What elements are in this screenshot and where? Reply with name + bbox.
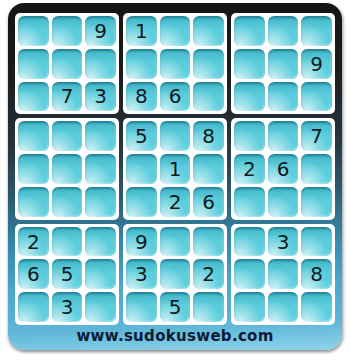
cell-r4c6[interactable]: 8: [193, 121, 224, 151]
box-6: 726: [231, 118, 335, 219]
cell-r5c5[interactable]: 1: [160, 154, 191, 184]
cell-r1c3[interactable]: 9: [85, 16, 116, 46]
cell-r3c5[interactable]: 6: [160, 82, 191, 112]
cell-r5c7[interactable]: 2: [234, 154, 265, 184]
box-4: [15, 118, 119, 219]
cell-r4c4[interactable]: 5: [126, 121, 157, 151]
cell-r4c7[interactable]: [234, 121, 265, 151]
cell-r3c8[interactable]: [268, 82, 299, 112]
cell-r2c9[interactable]: 9: [301, 49, 332, 79]
cell-r5c1[interactable]: [18, 154, 49, 184]
cell-r5c4[interactable]: [126, 154, 157, 184]
cell-r6c6[interactable]: 6: [193, 187, 224, 217]
cell-r6c4[interactable]: [126, 187, 157, 217]
cell-r4c5[interactable]: [160, 121, 191, 151]
cell-r8c5[interactable]: [160, 259, 191, 289]
cell-r9c6[interactable]: [193, 292, 224, 322]
cell-r8c6[interactable]: 2: [193, 259, 224, 289]
cell-r8c4[interactable]: 3: [126, 259, 157, 289]
cell-r5c2[interactable]: [52, 154, 83, 184]
cell-r4c3[interactable]: [85, 121, 116, 151]
cell-r1c7[interactable]: [234, 16, 265, 46]
cell-r5c6[interactable]: [193, 154, 224, 184]
cell-r7c2[interactable]: [52, 227, 83, 257]
cell-r2c1[interactable]: [18, 49, 49, 79]
box-1: 973: [15, 13, 119, 114]
cell-r6c1[interactable]: [18, 187, 49, 217]
cell-r8c9[interactable]: 8: [301, 259, 332, 289]
cell-r2c5[interactable]: [160, 49, 191, 79]
cell-r7c1[interactable]: 2: [18, 227, 49, 257]
cell-r7c5[interactable]: [160, 227, 191, 257]
cell-r2c3[interactable]: [85, 49, 116, 79]
box-7: 2653: [15, 224, 119, 325]
box-8: 9325: [123, 224, 227, 325]
site-url[interactable]: www.sudokusweb.com: [8, 325, 342, 347]
cell-r1c4[interactable]: 1: [126, 16, 157, 46]
cell-r1c1[interactable]: [18, 16, 49, 46]
cell-r6c9[interactable]: [301, 187, 332, 217]
cell-r5c8[interactable]: 6: [268, 154, 299, 184]
cell-r8c1[interactable]: 6: [18, 259, 49, 289]
cell-r2c8[interactable]: [268, 49, 299, 79]
cell-r2c6[interactable]: [193, 49, 224, 79]
cell-r1c5[interactable]: [160, 16, 191, 46]
cell-r3c2[interactable]: 7: [52, 82, 83, 112]
box-5: 58126: [123, 118, 227, 219]
cell-r6c8[interactable]: [268, 187, 299, 217]
cell-r6c7[interactable]: [234, 187, 265, 217]
cell-r8c8[interactable]: [268, 259, 299, 289]
cell-r9c1[interactable]: [18, 292, 49, 322]
cell-r7c3[interactable]: [85, 227, 116, 257]
sudoku-board: 9731869581267262653932538: [15, 13, 335, 325]
cell-r4c9[interactable]: 7: [301, 121, 332, 151]
cell-r7c7[interactable]: [234, 227, 265, 257]
cell-r6c2[interactable]: [52, 187, 83, 217]
cell-r9c9[interactable]: [301, 292, 332, 322]
cell-r9c4[interactable]: [126, 292, 157, 322]
cell-r9c5[interactable]: 5: [160, 292, 191, 322]
cell-r4c2[interactable]: [52, 121, 83, 151]
puzzle-frame: 9731869581267262653932538 www.sudokusweb…: [8, 3, 342, 350]
cell-r9c8[interactable]: [268, 292, 299, 322]
cell-r5c9[interactable]: [301, 154, 332, 184]
cell-r5c3[interactable]: [85, 154, 116, 184]
cell-r6c3[interactable]: [85, 187, 116, 217]
cell-r9c3[interactable]: [85, 292, 116, 322]
cell-r1c2[interactable]: [52, 16, 83, 46]
cell-r6c5[interactable]: 2: [160, 187, 191, 217]
box-3: 9: [231, 13, 335, 114]
cell-r8c2[interactable]: 5: [52, 259, 83, 289]
cell-r7c8[interactable]: 3: [268, 227, 299, 257]
cell-r2c4[interactable]: [126, 49, 157, 79]
cell-r3c6[interactable]: [193, 82, 224, 112]
cell-r7c4[interactable]: 9: [126, 227, 157, 257]
cell-r3c9[interactable]: [301, 82, 332, 112]
cell-r1c9[interactable]: [301, 16, 332, 46]
cell-r3c3[interactable]: 3: [85, 82, 116, 112]
box-2: 186: [123, 13, 227, 114]
cell-r4c1[interactable]: [18, 121, 49, 151]
cell-r9c7[interactable]: [234, 292, 265, 322]
cell-r4c8[interactable]: [268, 121, 299, 151]
cell-r8c7[interactable]: [234, 259, 265, 289]
box-9: 38: [231, 224, 335, 325]
cell-r9c2[interactable]: 3: [52, 292, 83, 322]
cell-r3c7[interactable]: [234, 82, 265, 112]
cell-r7c9[interactable]: [301, 227, 332, 257]
cell-r3c4[interactable]: 8: [126, 82, 157, 112]
cell-r2c7[interactable]: [234, 49, 265, 79]
cell-r2c2[interactable]: [52, 49, 83, 79]
cell-r1c8[interactable]: [268, 16, 299, 46]
cell-r1c6[interactable]: [193, 16, 224, 46]
cell-r7c6[interactable]: [193, 227, 224, 257]
cell-r3c1[interactable]: [18, 82, 49, 112]
cell-r8c3[interactable]: [85, 259, 116, 289]
